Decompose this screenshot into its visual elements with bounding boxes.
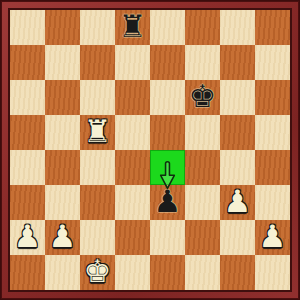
white-pawn[interactable]: ♟ xyxy=(259,221,287,252)
square-a8[interactable] xyxy=(10,10,45,45)
move-arrow-icon xyxy=(150,150,185,185)
square-d5[interactable] xyxy=(115,115,150,150)
square-b8[interactable] xyxy=(45,10,80,45)
square-f3[interactable] xyxy=(185,185,220,220)
square-g8[interactable] xyxy=(220,10,255,45)
square-d4[interactable] xyxy=(115,150,150,185)
square-e6[interactable] xyxy=(150,80,185,115)
square-g1[interactable] xyxy=(220,255,255,290)
square-d3[interactable] xyxy=(115,185,150,220)
square-h8[interactable] xyxy=(255,10,290,45)
square-g5[interactable] xyxy=(220,115,255,150)
square-g2[interactable] xyxy=(220,220,255,255)
square-c2[interactable] xyxy=(80,220,115,255)
square-c7[interactable] xyxy=(80,45,115,80)
square-h2[interactable]: ♟ xyxy=(255,220,290,255)
square-c6[interactable] xyxy=(80,80,115,115)
square-d6[interactable] xyxy=(115,80,150,115)
square-f8[interactable] xyxy=(185,10,220,45)
black-king[interactable]: ♚ xyxy=(189,81,217,112)
black-rook[interactable]: ♜ xyxy=(119,11,147,42)
square-f4[interactable] xyxy=(185,150,220,185)
square-g4[interactable] xyxy=(220,150,255,185)
square-b4[interactable] xyxy=(45,150,80,185)
square-a7[interactable] xyxy=(10,45,45,80)
square-c8[interactable] xyxy=(80,10,115,45)
square-a3[interactable] xyxy=(10,185,45,220)
square-c1[interactable]: ♚ xyxy=(80,255,115,290)
square-d1[interactable] xyxy=(115,255,150,290)
square-c5[interactable]: ♜ xyxy=(80,115,115,150)
black-pawn[interactable]: ♟ xyxy=(154,186,182,217)
square-h5[interactable] xyxy=(255,115,290,150)
square-d7[interactable] xyxy=(115,45,150,80)
square-g6[interactable] xyxy=(220,80,255,115)
square-c3[interactable] xyxy=(80,185,115,220)
square-b7[interactable] xyxy=(45,45,80,80)
square-a5[interactable] xyxy=(10,115,45,150)
square-a4[interactable] xyxy=(10,150,45,185)
square-e4[interactable] xyxy=(150,150,185,185)
white-pawn[interactable]: ♟ xyxy=(224,186,252,217)
white-pawn[interactable]: ♟ xyxy=(14,221,42,252)
square-h1[interactable] xyxy=(255,255,290,290)
square-e7[interactable] xyxy=(150,45,185,80)
square-d8[interactable]: ♜ xyxy=(115,10,150,45)
square-e3[interactable]: ♟ xyxy=(150,185,185,220)
square-e8[interactable] xyxy=(150,10,185,45)
square-g7[interactable] xyxy=(220,45,255,80)
square-d2[interactable] xyxy=(115,220,150,255)
square-b3[interactable] xyxy=(45,185,80,220)
square-f1[interactable] xyxy=(185,255,220,290)
square-b6[interactable] xyxy=(45,80,80,115)
square-h7[interactable] xyxy=(255,45,290,80)
square-h4[interactable] xyxy=(255,150,290,185)
white-rook[interactable]: ♜ xyxy=(84,116,112,147)
square-a2[interactable]: ♟ xyxy=(10,220,45,255)
square-b5[interactable] xyxy=(45,115,80,150)
square-b1[interactable] xyxy=(45,255,80,290)
square-e2[interactable] xyxy=(150,220,185,255)
white-pawn[interactable]: ♟ xyxy=(49,221,77,252)
square-f2[interactable] xyxy=(185,220,220,255)
square-a6[interactable] xyxy=(10,80,45,115)
white-king[interactable]: ♚ xyxy=(84,256,112,287)
square-f6[interactable]: ♚ xyxy=(185,80,220,115)
board-frame: ♜♚♜♟♟♟♟♟♚ xyxy=(0,0,300,300)
square-e5[interactable] xyxy=(150,115,185,150)
square-b2[interactable]: ♟ xyxy=(45,220,80,255)
square-c4[interactable] xyxy=(80,150,115,185)
square-h6[interactable] xyxy=(255,80,290,115)
square-f5[interactable] xyxy=(185,115,220,150)
square-f7[interactable] xyxy=(185,45,220,80)
square-h3[interactable] xyxy=(255,185,290,220)
square-g3[interactable]: ♟ xyxy=(220,185,255,220)
square-a1[interactable] xyxy=(10,255,45,290)
square-e1[interactable] xyxy=(150,255,185,290)
chess-board: ♜♚♜♟♟♟♟♟♚ xyxy=(10,10,290,290)
